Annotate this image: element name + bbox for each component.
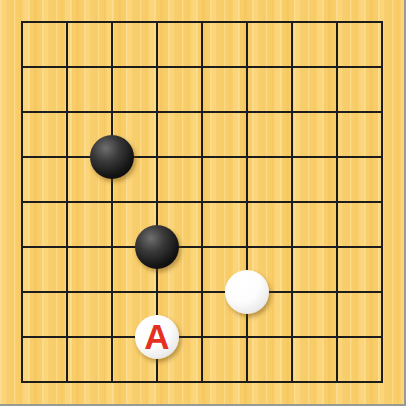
stone-black[interactable] bbox=[90, 135, 134, 179]
stones-layer: A bbox=[22, 22, 384, 384]
go-board: A bbox=[0, 0, 406, 406]
stone-label: A bbox=[144, 319, 169, 354]
stone-white[interactable] bbox=[225, 270, 269, 314]
stone-white-labeled[interactable]: A bbox=[135, 315, 179, 359]
stone-black[interactable] bbox=[135, 225, 179, 269]
